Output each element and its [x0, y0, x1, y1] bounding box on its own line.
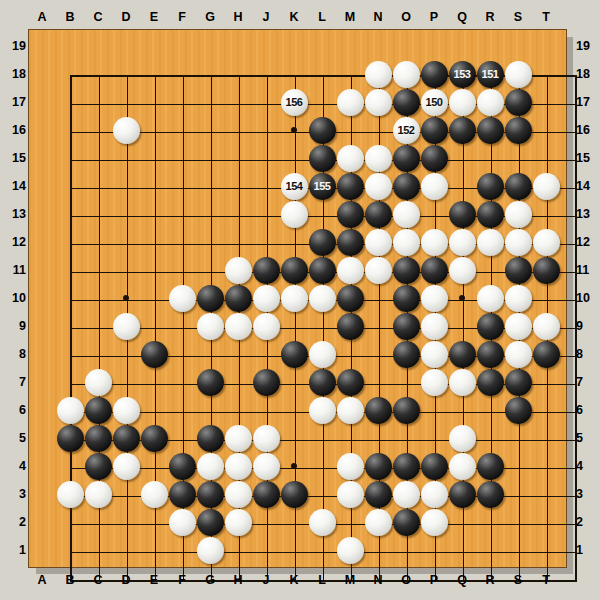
- white-stone-H3: [225, 481, 252, 508]
- coord-label-right-19: 19: [576, 38, 600, 54]
- black-stone-C6: [85, 397, 112, 424]
- black-stone-H10: [225, 285, 252, 312]
- coord-label-top-P: P: [424, 9, 444, 25]
- coord-label-bottom-S: S: [508, 572, 528, 588]
- black-stone-Q3: [449, 481, 476, 508]
- move-number-label-K14: 154: [286, 173, 303, 200]
- white-stone-F10: [169, 285, 196, 312]
- white-stone-Q7: [449, 369, 476, 396]
- coord-label-bottom-A: A: [32, 572, 52, 588]
- white-stone-O3: [393, 481, 420, 508]
- coord-label-bottom-L: L: [312, 572, 332, 588]
- coord-label-left-6: 6: [2, 402, 26, 418]
- coord-label-top-F: F: [172, 9, 192, 25]
- coord-label-bottom-E: E: [144, 572, 164, 588]
- coord-label-top-E: E: [144, 9, 164, 25]
- white-stone-R17: [477, 89, 504, 116]
- coord-label-bottom-K: K: [284, 572, 304, 588]
- black-stone-K3: [281, 481, 308, 508]
- white-stone-D16: [113, 117, 140, 144]
- white-stone-T9: [533, 313, 560, 340]
- coord-label-bottom-O: O: [396, 572, 416, 588]
- coord-label-left-3: 3: [2, 486, 26, 502]
- black-stone-Q8: [449, 341, 476, 368]
- white-stone-E3: [141, 481, 168, 508]
- black-stone-S16: [505, 117, 532, 144]
- coord-label-left-13: 13: [2, 206, 26, 222]
- white-stone-M1: [337, 537, 364, 564]
- coord-label-left-8: 8: [2, 346, 26, 362]
- black-stone-P15: [421, 145, 448, 172]
- black-stone-E5: [141, 425, 168, 452]
- coord-label-left-10: 10: [2, 290, 26, 306]
- black-stone-P4: [421, 453, 448, 480]
- white-stone-T12: [533, 229, 560, 256]
- white-stone-G4: [197, 453, 224, 480]
- move-number-label-R18: 151: [482, 61, 499, 88]
- white-stone-T14: [533, 173, 560, 200]
- white-stone-N12: [365, 229, 392, 256]
- white-stone-J9: [253, 313, 280, 340]
- white-stone-C7: [85, 369, 112, 396]
- white-stone-M17: [337, 89, 364, 116]
- coord-label-top-R: R: [480, 9, 500, 25]
- black-stone-L11: [309, 257, 336, 284]
- coord-label-bottom-T: T: [536, 572, 556, 588]
- coord-label-top-G: G: [200, 9, 220, 25]
- black-stone-N3: [365, 481, 392, 508]
- black-stone-R16: [477, 117, 504, 144]
- coord-label-top-N: N: [368, 9, 388, 25]
- star-point-Q10: [459, 295, 465, 301]
- coord-label-bottom-G: G: [200, 572, 220, 588]
- black-stone-O14: [393, 173, 420, 200]
- black-stone-R8: [477, 341, 504, 368]
- black-stone-G3: [197, 481, 224, 508]
- move-number-label-P17: 150: [426, 89, 443, 116]
- white-stone-D6: [113, 397, 140, 424]
- coord-label-right-18: 18: [576, 66, 600, 82]
- coord-label-right-9: 9: [576, 318, 600, 334]
- black-stone-M7: [337, 369, 364, 396]
- coord-label-bottom-P: P: [424, 572, 444, 588]
- white-stone-J4: [253, 453, 280, 480]
- black-stone-Q16: [449, 117, 476, 144]
- white-stone-F2: [169, 509, 196, 536]
- white-stone-H9: [225, 313, 252, 340]
- coord-label-top-O: O: [396, 9, 416, 25]
- white-stone-K10: [281, 285, 308, 312]
- coord-label-bottom-N: N: [368, 572, 388, 588]
- coord-label-right-12: 12: [576, 234, 600, 250]
- coord-label-bottom-F: F: [172, 572, 192, 588]
- white-stone-N18: [365, 61, 392, 88]
- coord-label-left-9: 9: [2, 318, 26, 334]
- white-stone-L6: [309, 397, 336, 424]
- move-number-label-O16: 152: [398, 117, 415, 144]
- coord-label-top-J: J: [256, 9, 276, 25]
- black-stone-C5: [85, 425, 112, 452]
- black-stone-R14: [477, 173, 504, 200]
- white-stone-N17: [365, 89, 392, 116]
- white-stone-J5: [253, 425, 280, 452]
- coord-label-right-15: 15: [576, 150, 600, 166]
- coord-label-top-Q: Q: [452, 9, 472, 25]
- coord-label-right-14: 14: [576, 178, 600, 194]
- black-stone-C4: [85, 453, 112, 480]
- coord-label-right-2: 2: [576, 514, 600, 530]
- white-stone-P8: [421, 341, 448, 368]
- white-stone-D4: [113, 453, 140, 480]
- black-stone-M12: [337, 229, 364, 256]
- coord-label-right-16: 16: [576, 122, 600, 138]
- black-stone-O9: [393, 313, 420, 340]
- coord-label-right-13: 13: [576, 206, 600, 222]
- coord-label-left-2: 2: [2, 514, 26, 530]
- white-stone-P2: [421, 509, 448, 536]
- coord-label-left-16: 16: [2, 122, 26, 138]
- coord-label-bottom-J: J: [256, 572, 276, 588]
- white-stone-L10: [309, 285, 336, 312]
- black-stone-K11: [281, 257, 308, 284]
- white-stone-S12: [505, 229, 532, 256]
- white-stone-N14: [365, 173, 392, 200]
- black-stone-R18: 151: [477, 61, 504, 88]
- coord-label-right-11: 11: [576, 262, 600, 278]
- black-stone-J7: [253, 369, 280, 396]
- coord-label-bottom-C: C: [88, 572, 108, 588]
- white-stone-S8: [505, 341, 532, 368]
- white-stone-R10: [477, 285, 504, 312]
- black-stone-S17: [505, 89, 532, 116]
- white-stone-S9: [505, 313, 532, 340]
- black-stone-G10: [197, 285, 224, 312]
- star-point-D10: [123, 295, 129, 301]
- white-stone-S18: [505, 61, 532, 88]
- white-stone-P3: [421, 481, 448, 508]
- black-stone-L16: [309, 117, 336, 144]
- coord-label-bottom-R: R: [480, 572, 500, 588]
- black-stone-J11: [253, 257, 280, 284]
- white-stone-Q17: [449, 89, 476, 116]
- black-stone-M14: [337, 173, 364, 200]
- white-stone-H2: [225, 509, 252, 536]
- coord-label-bottom-H: H: [228, 572, 248, 588]
- white-stone-P17: 150: [421, 89, 448, 116]
- white-stone-G1: [197, 537, 224, 564]
- coord-label-right-5: 5: [576, 430, 600, 446]
- coord-label-right-8: 8: [576, 346, 600, 362]
- black-stone-O10: [393, 285, 420, 312]
- black-stone-B5: [57, 425, 84, 452]
- white-stone-M15: [337, 145, 364, 172]
- coord-label-right-3: 3: [576, 486, 600, 502]
- white-stone-H11: [225, 257, 252, 284]
- white-stone-P12: [421, 229, 448, 256]
- coord-label-left-18: 18: [2, 66, 26, 82]
- black-stone-L12: [309, 229, 336, 256]
- coord-label-left-7: 7: [2, 374, 26, 390]
- coord-label-top-T: T: [536, 9, 556, 25]
- black-stone-S6: [505, 397, 532, 424]
- white-stone-P14: [421, 173, 448, 200]
- coord-label-top-B: B: [60, 9, 80, 25]
- coord-label-left-12: 12: [2, 234, 26, 250]
- white-stone-B6: [57, 397, 84, 424]
- coord-label-bottom-Q: Q: [452, 572, 472, 588]
- black-stone-M13: [337, 201, 364, 228]
- black-stone-L7: [309, 369, 336, 396]
- white-stone-N11: [365, 257, 392, 284]
- coord-label-right-4: 4: [576, 458, 600, 474]
- black-stone-R3: [477, 481, 504, 508]
- coord-label-left-17: 17: [2, 94, 26, 110]
- white-stone-O18: [393, 61, 420, 88]
- black-stone-E8: [141, 341, 168, 368]
- coord-label-top-S: S: [508, 9, 528, 25]
- black-stone-R13: [477, 201, 504, 228]
- black-stone-M9: [337, 313, 364, 340]
- coord-label-top-C: C: [88, 9, 108, 25]
- black-stone-O8: [393, 341, 420, 368]
- black-stone-D5: [113, 425, 140, 452]
- black-stone-K8: [281, 341, 308, 368]
- white-stone-M4: [337, 453, 364, 480]
- white-stone-O16: 152: [393, 117, 420, 144]
- white-stone-N15: [365, 145, 392, 172]
- black-stone-F4: [169, 453, 196, 480]
- black-stone-R9: [477, 313, 504, 340]
- black-stone-P16: [421, 117, 448, 144]
- coord-label-left-4: 4: [2, 458, 26, 474]
- coord-label-top-H: H: [228, 9, 248, 25]
- black-stone-S14: [505, 173, 532, 200]
- black-stone-O15: [393, 145, 420, 172]
- black-stone-Q13: [449, 201, 476, 228]
- star-point-K4: [291, 463, 297, 469]
- white-stone-M11: [337, 257, 364, 284]
- white-stone-K14: 154: [281, 173, 308, 200]
- white-stone-J10: [253, 285, 280, 312]
- white-stone-H5: [225, 425, 252, 452]
- white-stone-P9: [421, 313, 448, 340]
- black-stone-Q18: 153: [449, 61, 476, 88]
- black-stone-R7: [477, 369, 504, 396]
- black-stone-O17: [393, 89, 420, 116]
- black-stone-J3: [253, 481, 280, 508]
- coord-label-right-1: 1: [576, 542, 600, 558]
- black-stone-L15: [309, 145, 336, 172]
- white-stone-G9: [197, 313, 224, 340]
- white-stone-K13: [281, 201, 308, 228]
- black-stone-O4: [393, 453, 420, 480]
- white-stone-N2: [365, 509, 392, 536]
- black-stone-O6: [393, 397, 420, 424]
- black-stone-O2: [393, 509, 420, 536]
- black-stone-T11: [533, 257, 560, 284]
- go-diagram: 153151156150152154155AABBCCDDEEFFGGHHJJK…: [0, 0, 600, 600]
- white-stone-R12: [477, 229, 504, 256]
- white-stone-K17: 156: [281, 89, 308, 116]
- coord-label-left-11: 11: [2, 262, 26, 278]
- black-stone-N13: [365, 201, 392, 228]
- black-stone-N4: [365, 453, 392, 480]
- coord-label-top-M: M: [340, 9, 360, 25]
- move-number-label-K17: 156: [286, 89, 303, 116]
- white-stone-L2: [309, 509, 336, 536]
- coord-label-bottom-M: M: [340, 572, 360, 588]
- white-stone-P10: [421, 285, 448, 312]
- white-stone-P7: [421, 369, 448, 396]
- black-stone-G2: [197, 509, 224, 536]
- black-stone-S11: [505, 257, 532, 284]
- coord-label-right-7: 7: [576, 374, 600, 390]
- black-stone-L14: 155: [309, 173, 336, 200]
- white-stone-Q4: [449, 453, 476, 480]
- black-stone-S7: [505, 369, 532, 396]
- black-stone-F3: [169, 481, 196, 508]
- move-number-label-L14: 155: [314, 173, 331, 200]
- coord-label-right-10: 10: [576, 290, 600, 306]
- black-stone-O11: [393, 257, 420, 284]
- white-stone-C3: [85, 481, 112, 508]
- coord-label-top-L: L: [312, 9, 332, 25]
- black-stone-P18: [421, 61, 448, 88]
- move-number-label-Q18: 153: [454, 61, 471, 88]
- white-stone-D9: [113, 313, 140, 340]
- coord-label-left-14: 14: [2, 178, 26, 194]
- black-stone-G7: [197, 369, 224, 396]
- white-stone-Q5: [449, 425, 476, 452]
- white-stone-M3: [337, 481, 364, 508]
- black-stone-G5: [197, 425, 224, 452]
- coord-label-right-6: 6: [576, 402, 600, 418]
- black-stone-T8: [533, 341, 560, 368]
- white-stone-B3: [57, 481, 84, 508]
- coord-label-top-D: D: [116, 9, 136, 25]
- white-stone-O12: [393, 229, 420, 256]
- coord-label-bottom-B: B: [60, 572, 80, 588]
- white-stone-S13: [505, 201, 532, 228]
- coord-label-left-5: 5: [2, 430, 26, 446]
- white-stone-L8: [309, 341, 336, 368]
- star-point-K16: [291, 127, 297, 133]
- coord-label-left-19: 19: [2, 38, 26, 54]
- coord-label-top-K: K: [284, 9, 304, 25]
- coord-label-top-A: A: [32, 9, 52, 25]
- coord-label-left-1: 1: [2, 542, 26, 558]
- white-stone-Q11: [449, 257, 476, 284]
- white-stone-H4: [225, 453, 252, 480]
- white-stone-Q12: [449, 229, 476, 256]
- black-stone-N6: [365, 397, 392, 424]
- white-stone-M6: [337, 397, 364, 424]
- black-stone-P11: [421, 257, 448, 284]
- black-stone-M10: [337, 285, 364, 312]
- white-stone-S10: [505, 285, 532, 312]
- black-stone-R4: [477, 453, 504, 480]
- coord-label-left-15: 15: [2, 150, 26, 166]
- white-stone-O13: [393, 201, 420, 228]
- coord-label-bottom-D: D: [116, 572, 136, 588]
- coord-label-right-17: 17: [576, 94, 600, 110]
